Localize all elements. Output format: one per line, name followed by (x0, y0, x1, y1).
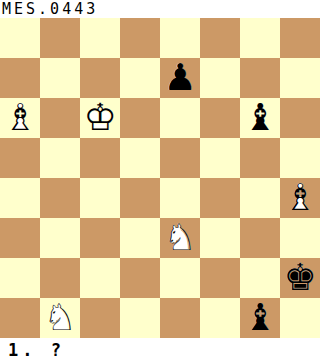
square-b7[interactable] (40, 58, 80, 98)
white-bishop[interactable]: ♝♗ (0, 98, 40, 138)
square-f7[interactable] (200, 58, 240, 98)
square-e8[interactable] (160, 18, 200, 58)
square-a8[interactable] (0, 18, 40, 58)
square-a4[interactable] (0, 178, 40, 218)
square-d5[interactable] (120, 138, 160, 178)
square-f6[interactable] (200, 98, 240, 138)
square-b5[interactable] (40, 138, 80, 178)
square-h1[interactable] (280, 298, 320, 338)
black-bishop-glyph: ♝ (240, 98, 280, 138)
square-b2[interactable] (40, 258, 80, 298)
square-a3[interactable] (0, 218, 40, 258)
square-c7[interactable] (80, 58, 120, 98)
white-king-glyph: ♔ (80, 98, 120, 138)
white-bishop-glyph: ♗ (280, 178, 320, 218)
black-bishop[interactable]: ♗♝ (240, 298, 280, 338)
square-a5[interactable] (0, 138, 40, 178)
square-f1[interactable] (200, 298, 240, 338)
white-knight[interactable]: ♞♘ (160, 218, 200, 258)
square-g3[interactable] (240, 218, 280, 258)
puzzle-id: MES.0443 (0, 0, 320, 18)
square-b6[interactable] (40, 98, 80, 138)
black-bishop[interactable]: ♗♝ (240, 98, 280, 138)
white-knight-glyph: ♘ (40, 298, 80, 338)
square-c4[interactable] (80, 178, 120, 218)
white-knight[interactable]: ♞♘ (40, 298, 80, 338)
square-d1[interactable] (120, 298, 160, 338)
chess-puzzle-window: MES.0443 ♙♟♝♗♚♔♗♝♝♗♞♘♔♚♞♘♗♝ 1. ? (0, 0, 320, 360)
black-pawn[interactable]: ♙♟ (160, 58, 200, 98)
square-h6[interactable] (280, 98, 320, 138)
square-d2[interactable] (120, 258, 160, 298)
black-pawn-glyph: ♟ (160, 58, 200, 98)
square-d4[interactable] (120, 178, 160, 218)
black-king[interactable]: ♔♚ (280, 258, 320, 298)
square-f8[interactable] (200, 18, 240, 58)
square-c2[interactable] (80, 258, 120, 298)
square-g8[interactable] (240, 18, 280, 58)
move-prompt: 1. ? (0, 338, 320, 360)
square-b3[interactable] (40, 218, 80, 258)
square-c5[interactable] (80, 138, 120, 178)
square-e1[interactable] (160, 298, 200, 338)
white-knight-glyph: ♘ (160, 218, 200, 258)
square-g7[interactable] (240, 58, 280, 98)
square-c3[interactable] (80, 218, 120, 258)
square-g5[interactable] (240, 138, 280, 178)
chess-board: ♙♟♝♗♚♔♗♝♝♗♞♘♔♚♞♘♗♝ (0, 18, 320, 338)
square-a2[interactable] (0, 258, 40, 298)
black-bishop-glyph: ♝ (240, 298, 280, 338)
square-e4[interactable] (160, 178, 200, 218)
square-c8[interactable] (80, 18, 120, 58)
square-a7[interactable] (0, 58, 40, 98)
square-g4[interactable] (240, 178, 280, 218)
square-d7[interactable] (120, 58, 160, 98)
square-h8[interactable] (280, 18, 320, 58)
square-f2[interactable] (200, 258, 240, 298)
white-king[interactable]: ♚♔ (80, 98, 120, 138)
square-d3[interactable] (120, 218, 160, 258)
square-h5[interactable] (280, 138, 320, 178)
black-king-glyph: ♚ (280, 258, 320, 298)
white-bishop[interactable]: ♝♗ (280, 178, 320, 218)
white-bishop-glyph: ♗ (0, 98, 40, 138)
square-a1[interactable] (0, 298, 40, 338)
square-f3[interactable] (200, 218, 240, 258)
square-f4[interactable] (200, 178, 240, 218)
square-d8[interactable] (120, 18, 160, 58)
square-b8[interactable] (40, 18, 80, 58)
square-e5[interactable] (160, 138, 200, 178)
square-h7[interactable] (280, 58, 320, 98)
square-g2[interactable] (240, 258, 280, 298)
square-f5[interactable] (200, 138, 240, 178)
square-e6[interactable] (160, 98, 200, 138)
square-c1[interactable] (80, 298, 120, 338)
square-e2[interactable] (160, 258, 200, 298)
square-h3[interactable] (280, 218, 320, 258)
square-b4[interactable] (40, 178, 80, 218)
square-d6[interactable] (120, 98, 160, 138)
